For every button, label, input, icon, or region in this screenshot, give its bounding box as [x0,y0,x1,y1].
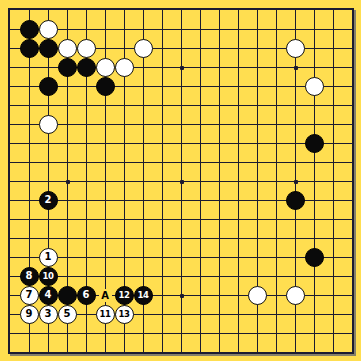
star-point [180,180,184,184]
stone-black [305,248,324,267]
move-8-stone-black: 8 [20,267,39,286]
point-label-A: A [99,289,112,302]
move-number: 2 [45,195,52,205]
move-number: 5 [64,309,71,319]
grid-line-vertical [219,10,220,352]
grid-line-vertical [238,10,239,352]
stone-black [96,77,115,96]
move-12-stone-black: 12 [115,286,134,305]
move-number: 3 [45,309,52,319]
grid-line-vertical [276,10,277,352]
move-number: 9 [26,309,33,319]
stone-white [39,115,58,134]
stone-white [286,286,305,305]
star-point [180,66,184,70]
move-10-stone-black: 10 [39,267,58,286]
move-13-stone-white: 13 [115,305,134,324]
move-number: 8 [26,271,33,281]
stone-white [115,58,134,77]
move-7-stone-white: 7 [20,286,39,305]
stone-white [286,39,305,58]
go-board: 1234567891011121314A [0,0,361,361]
grid-line-horizontal [10,333,352,334]
move-number: 10 [43,271,54,280]
stone-black [20,20,39,39]
move-14-stone-black: 14 [134,286,153,305]
stone-black [58,58,77,77]
grid-line-vertical [314,10,315,352]
grid-line-horizontal [10,276,352,277]
move-number: 6 [83,290,90,300]
stone-black [305,134,324,153]
stone-white [134,39,153,58]
move-number: 14 [138,290,149,299]
move-6-stone-black: 6 [77,286,96,305]
move-2-stone-black: 2 [39,191,58,210]
stone-white [96,58,115,77]
stone-black [39,39,58,58]
move-number: 7 [26,290,33,300]
stone-black [286,191,305,210]
move-number: 11 [100,309,111,318]
move-3-stone-white: 3 [39,305,58,324]
stone-black [77,58,96,77]
stone-black [58,286,77,305]
stone-white [58,39,77,58]
grid-line-horizontal [10,219,352,220]
move-5-stone-white: 5 [58,305,77,324]
move-9-stone-white: 9 [20,305,39,324]
move-4-stone-black: 4 [39,286,58,305]
grid-line-vertical [200,10,201,352]
move-11-stone-white: 11 [96,305,115,324]
star-point [66,180,70,184]
move-number: 12 [119,290,130,299]
stone-black [39,77,58,96]
stone-white [77,39,96,58]
stone-white [248,286,267,305]
grid-line-horizontal [10,257,352,258]
move-number: 1 [45,252,52,262]
star-point [294,66,298,70]
move-number: 4 [45,290,52,300]
stone-black [20,39,39,58]
stone-white [39,20,58,39]
move-1-stone-white: 1 [39,248,58,267]
grid-line-vertical [333,10,334,352]
stone-white [305,77,324,96]
star-point [294,180,298,184]
star-point [180,294,184,298]
grid-line-horizontal [10,238,352,239]
move-number: 13 [119,309,130,318]
